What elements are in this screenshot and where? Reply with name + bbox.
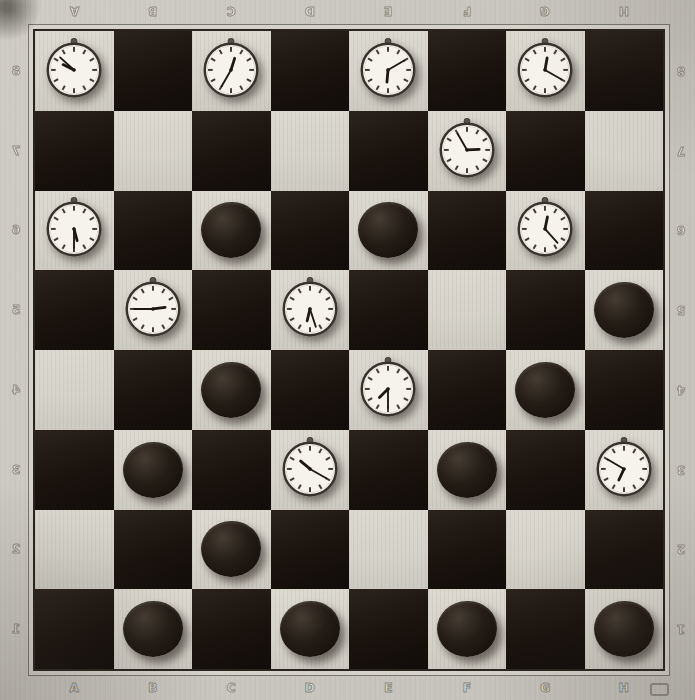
rank-label-text: 5 (12, 303, 20, 317)
rank-label: 1 (672, 589, 690, 669)
black-piece-checker[interactable] (201, 202, 261, 258)
square-f8[interactable] (428, 31, 507, 111)
rank-label: 4 (672, 350, 690, 430)
square-d3[interactable] (271, 430, 350, 510)
rank-label: 6 (7, 191, 25, 271)
square-c1[interactable] (192, 589, 271, 669)
rank-label: 3 (7, 430, 25, 510)
rank-label-text: 1 (12, 622, 20, 636)
file-label: F (428, 679, 507, 697)
file-label: B (114, 679, 193, 697)
pocket-watch-icon (123, 277, 183, 339)
pocket-watch-icon (44, 38, 104, 100)
file-label-text: D (305, 681, 315, 695)
square-a2[interactable] (35, 510, 114, 590)
square-g1[interactable] (506, 589, 585, 669)
rank-label-text: 6 (677, 223, 685, 237)
square-d5[interactable] (271, 270, 350, 350)
file-label-text: H (619, 4, 629, 18)
square-c7[interactable] (192, 111, 271, 191)
file-label: G (506, 679, 585, 697)
square-h8[interactable] (585, 31, 664, 111)
file-label: F (428, 2, 507, 20)
file-label: H (585, 2, 664, 20)
square-b6[interactable] (114, 191, 193, 271)
pocket-watch-icon (280, 277, 340, 339)
square-e6[interactable] (349, 191, 428, 271)
black-piece-checker[interactable] (201, 521, 261, 577)
white-piece-pocket-watch[interactable] (44, 197, 104, 263)
square-h4[interactable] (585, 350, 664, 430)
black-piece-checker[interactable] (437, 442, 497, 498)
rank-label: 4 (7, 350, 25, 430)
file-label: D (271, 2, 350, 20)
board-photo: ABCDEFGH ABCDEFGH 87654321 87654321 (0, 0, 695, 700)
board-frame (28, 24, 670, 676)
square-g2[interactable] (506, 510, 585, 590)
rank-label-text: 3 (12, 463, 20, 477)
pocket-watch-icon (515, 38, 575, 100)
square-e1[interactable] (349, 589, 428, 669)
file-label: C (192, 2, 271, 20)
rank-label: 5 (7, 270, 25, 350)
black-piece-checker[interactable] (594, 601, 654, 657)
square-d8[interactable] (271, 31, 350, 111)
square-c8[interactable] (192, 31, 271, 111)
rank-label-text: 2 (12, 542, 20, 556)
checkers-board (33, 29, 665, 671)
pocket-watch-icon (201, 38, 261, 100)
rank-labels-right: 87654321 (672, 31, 690, 669)
rank-label: 8 (672, 31, 690, 111)
file-label-text: D (305, 4, 315, 18)
pocket-watch-icon (280, 437, 340, 499)
square-b2[interactable] (114, 510, 193, 590)
pocket-watch-icon (358, 38, 418, 100)
rank-label-text: 3 (677, 463, 685, 477)
square-h1[interactable] (585, 589, 664, 669)
square-b4[interactable] (114, 350, 193, 430)
rank-label-text: 7 (677, 144, 685, 158)
square-e2[interactable] (349, 510, 428, 590)
rank-label: 7 (7, 111, 25, 191)
file-label: E (349, 679, 428, 697)
square-a4[interactable] (35, 350, 114, 430)
square-h7[interactable] (585, 111, 664, 191)
file-label-text: F (463, 681, 471, 695)
square-e5[interactable] (349, 270, 428, 350)
square-g7[interactable] (506, 111, 585, 191)
square-g5[interactable] (506, 270, 585, 350)
white-piece-pocket-watch[interactable] (515, 38, 575, 104)
file-label-text: C (227, 4, 236, 18)
square-c6[interactable] (192, 191, 271, 271)
file-label-text: E (384, 4, 392, 18)
rank-label: 6 (672, 191, 690, 271)
file-label-text: A (70, 681, 79, 695)
white-piece-pocket-watch[interactable] (358, 357, 418, 423)
black-piece-checker[interactable] (594, 282, 654, 338)
file-label-text: H (619, 681, 629, 695)
square-g6[interactable] (506, 191, 585, 271)
file-label: E (349, 2, 428, 20)
square-b8[interactable] (114, 31, 193, 111)
file-labels-top: ABCDEFGH (35, 2, 663, 20)
white-piece-pocket-watch[interactable] (280, 277, 340, 343)
white-piece-pocket-watch[interactable] (358, 38, 418, 104)
square-a5[interactable] (35, 270, 114, 350)
pocket-watch-icon (594, 437, 654, 499)
square-b1[interactable] (114, 589, 193, 669)
rank-label-text: 1 (677, 622, 685, 636)
corner-mark (650, 683, 669, 696)
rank-label-text: 5 (677, 303, 685, 317)
square-d4[interactable] (271, 350, 350, 430)
square-c3[interactable] (192, 430, 271, 510)
square-h2[interactable] (585, 510, 664, 590)
white-piece-pocket-watch[interactable] (44, 38, 104, 104)
file-label-text: C (227, 681, 236, 695)
square-d1[interactable] (271, 589, 350, 669)
file-label: A (35, 2, 114, 20)
pocket-watch-icon (358, 357, 418, 419)
square-a8[interactable] (35, 31, 114, 111)
black-piece-checker[interactable] (123, 601, 183, 657)
rank-label-text: 4 (677, 383, 685, 397)
rank-labels-left: 87654321 (7, 31, 25, 669)
square-b5[interactable] (114, 270, 193, 350)
file-label: G (506, 2, 585, 20)
square-d7[interactable] (271, 111, 350, 191)
white-piece-pocket-watch[interactable] (594, 437, 654, 503)
square-c4[interactable] (192, 350, 271, 430)
file-label-text: B (148, 681, 157, 695)
square-a3[interactable] (35, 430, 114, 510)
square-e8[interactable] (349, 31, 428, 111)
file-label-text: G (540, 681, 550, 695)
rank-label: 7 (672, 111, 690, 191)
rank-label-text: 4 (12, 383, 20, 397)
pocket-watch-icon (515, 197, 575, 259)
square-f1[interactable] (428, 589, 507, 669)
square-d2[interactable] (271, 510, 350, 590)
rank-label: 1 (7, 589, 25, 669)
file-label: A (35, 679, 114, 697)
square-d6[interactable] (271, 191, 350, 271)
square-a1[interactable] (35, 589, 114, 669)
file-label-text: G (540, 4, 550, 18)
square-f5[interactable] (428, 270, 507, 350)
rank-label-text: 2 (677, 542, 685, 556)
square-g3[interactable] (506, 430, 585, 510)
file-label-text: E (384, 681, 392, 695)
square-f3[interactable] (428, 430, 507, 510)
white-piece-pocket-watch[interactable] (201, 38, 261, 104)
white-piece-pocket-watch[interactable] (515, 197, 575, 263)
file-label: C (192, 679, 271, 697)
square-h3[interactable] (585, 430, 664, 510)
rank-label: 2 (7, 510, 25, 590)
file-label: B (114, 2, 193, 20)
rank-label-text: 7 (12, 144, 20, 158)
black-piece-checker[interactable] (515, 362, 575, 418)
square-f6[interactable] (428, 191, 507, 271)
rank-label-text: 6 (12, 223, 20, 237)
square-a6[interactable] (35, 191, 114, 271)
rank-label: 2 (672, 510, 690, 590)
black-piece-checker[interactable] (437, 601, 497, 657)
file-label-text: B (148, 4, 157, 18)
square-h5[interactable] (585, 270, 664, 350)
rank-label: 5 (672, 270, 690, 350)
white-piece-pocket-watch[interactable] (437, 118, 497, 184)
square-b3[interactable] (114, 430, 193, 510)
square-e3[interactable] (349, 430, 428, 510)
pocket-watch-icon (44, 197, 104, 259)
file-label: D (271, 679, 350, 697)
white-piece-pocket-watch[interactable] (280, 437, 340, 503)
square-h6[interactable] (585, 191, 664, 271)
black-piece-checker[interactable] (201, 362, 261, 418)
square-c5[interactable] (192, 270, 271, 350)
file-labels-bottom: ABCDEFGH (35, 679, 663, 697)
square-e7[interactable] (349, 111, 428, 191)
white-piece-pocket-watch[interactable] (123, 277, 183, 343)
rank-label-text: 8 (677, 64, 685, 78)
black-piece-checker[interactable] (280, 601, 340, 657)
square-f7[interactable] (428, 111, 507, 191)
square-b7[interactable] (114, 111, 193, 191)
rank-label: 3 (672, 430, 690, 510)
square-c2[interactable] (192, 510, 271, 590)
file-label-text: F (463, 4, 471, 18)
square-f2[interactable] (428, 510, 507, 590)
file-label-text: A (70, 4, 79, 18)
square-e4[interactable] (349, 350, 428, 430)
square-f4[interactable] (428, 350, 507, 430)
square-a7[interactable] (35, 111, 114, 191)
pocket-watch-icon (437, 118, 497, 180)
rank-label: 8 (7, 31, 25, 111)
black-piece-checker[interactable] (123, 442, 183, 498)
square-g4[interactable] (506, 350, 585, 430)
black-piece-checker[interactable] (358, 202, 418, 258)
square-g8[interactable] (506, 31, 585, 111)
rank-label-text: 8 (12, 64, 20, 78)
